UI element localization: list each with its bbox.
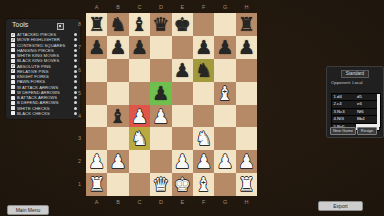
rank-label-8: 8 bbox=[75, 13, 84, 36]
tool-checkbox[interactable] bbox=[11, 96, 15, 100]
square-h4[interactable] bbox=[236, 105, 257, 128]
tool-checkbox[interactable] bbox=[11, 106, 15, 110]
square-d4[interactable]: ♟ bbox=[150, 105, 171, 128]
square-e6[interactable]: ♟ bbox=[172, 59, 193, 82]
square-e1[interactable]: ♚ bbox=[172, 173, 193, 196]
tool-label: W DEFEND ARROWS bbox=[17, 90, 60, 95]
square-b6[interactable] bbox=[107, 59, 128, 82]
file-label-c: C bbox=[129, 199, 150, 205]
square-c7[interactable]: ♟ bbox=[129, 36, 150, 59]
square-f2[interactable]: ♟ bbox=[193, 150, 214, 173]
square-g4[interactable] bbox=[214, 105, 235, 128]
tool-label: WHITE CHECKS bbox=[17, 106, 50, 111]
square-b5[interactable] bbox=[107, 82, 128, 105]
square-g8[interactable] bbox=[214, 13, 235, 36]
square-a7[interactable]: ♟ bbox=[86, 36, 107, 59]
tool-checkbox[interactable] bbox=[11, 48, 15, 52]
black-pawn: ♟ bbox=[172, 59, 193, 82]
move-row-1[interactable]: 1.d4d5 bbox=[332, 94, 380, 101]
white-move: 4.Nf3 bbox=[332, 116, 356, 122]
white-move: 2.c4 bbox=[332, 101, 356, 107]
move-row-3[interactable]: 3.Nc3Nf6 bbox=[332, 109, 380, 116]
black-bishop: ♝ bbox=[129, 13, 150, 36]
square-d6[interactable] bbox=[150, 59, 171, 82]
square-d7[interactable] bbox=[150, 36, 171, 59]
square-d2[interactable] bbox=[150, 150, 171, 173]
white-pawn: ♟ bbox=[129, 105, 150, 128]
square-d5[interactable]: ♟ bbox=[150, 82, 171, 105]
square-h2[interactable]: ♟ bbox=[236, 150, 257, 173]
tool-label: KNIGHT FORKS bbox=[17, 74, 49, 79]
square-a4[interactable] bbox=[86, 105, 107, 128]
white-pawn: ♟ bbox=[236, 150, 257, 173]
tools-list: ✓ATTACKED PIECES✓MOVE HIGHLIGHTERCONTEST… bbox=[6, 32, 80, 116]
white-rook: ♜ bbox=[86, 173, 107, 196]
square-c4[interactable]: ♟ bbox=[129, 105, 150, 128]
file-label-e: E bbox=[172, 4, 193, 10]
move-row-4[interactable]: 4.Nf3Bb4 bbox=[332, 116, 380, 123]
white-king: ♚ bbox=[172, 173, 193, 196]
square-h5[interactable] bbox=[236, 82, 257, 105]
file-label-g: G bbox=[214, 199, 235, 205]
file-labels-bottom: ABCDEFGH bbox=[86, 199, 257, 205]
resign-button[interactable]: Resign bbox=[357, 127, 377, 136]
tool-label: ATTACKED PIECES bbox=[17, 32, 56, 37]
square-g1[interactable] bbox=[214, 173, 235, 196]
square-d3[interactable] bbox=[150, 127, 171, 150]
tool-label: RELATIVE PINS bbox=[17, 69, 49, 74]
black-knight: ♞ bbox=[193, 59, 214, 82]
chess-board: ♜♞♝♛♚♜♟♟♟♟♟♟♟♞♟♝♝♟♟♞♞♟♟♟♟♟♟♜♛♚♝♜ bbox=[86, 13, 257, 196]
file-label-b: B bbox=[107, 4, 128, 10]
square-c5[interactable] bbox=[129, 82, 150, 105]
square-d1[interactable]: ♛ bbox=[150, 173, 171, 196]
square-f4[interactable] bbox=[193, 105, 214, 128]
tool-label: CONTESTED SQUARES bbox=[17, 43, 65, 48]
black-pawn: ♟ bbox=[86, 36, 107, 59]
move-list-scrollbar[interactable] bbox=[377, 94, 381, 127]
white-pawn: ♟ bbox=[172, 150, 193, 173]
white-pawn: ♟ bbox=[193, 150, 214, 173]
black-pawn: ♟ bbox=[129, 36, 150, 59]
new-game-button[interactable]: New Game bbox=[330, 127, 356, 136]
square-d8[interactable]: ♛ bbox=[150, 13, 171, 36]
black-pawn: ♟ bbox=[150, 82, 171, 105]
square-a3[interactable] bbox=[86, 127, 107, 150]
square-c8[interactable]: ♝ bbox=[129, 13, 150, 36]
square-f6[interactable]: ♞ bbox=[193, 59, 214, 82]
black-move: d5 bbox=[356, 94, 380, 100]
white-move: 3.Nc3 bbox=[332, 109, 356, 115]
rank-labels-left: 87654321 bbox=[75, 13, 84, 196]
file-label-e: E bbox=[172, 199, 193, 205]
file-label-d: D bbox=[150, 199, 171, 205]
black-pawn: ♟ bbox=[107, 36, 128, 59]
tool-label: ABSOLUTE PINS bbox=[17, 64, 51, 69]
black-knight: ♞ bbox=[107, 13, 128, 36]
tool-label: HANGING PIECES bbox=[17, 48, 54, 53]
tool-checkbox[interactable]: ✓ bbox=[11, 69, 15, 73]
square-a6[interactable] bbox=[86, 59, 107, 82]
export-button[interactable]: Export bbox=[318, 201, 363, 211]
black-king: ♚ bbox=[172, 13, 193, 36]
black-rook: ♜ bbox=[86, 13, 107, 36]
black-move: Bb4 bbox=[356, 116, 380, 122]
rank-label-3: 3 bbox=[75, 127, 84, 150]
square-h3[interactable] bbox=[236, 127, 257, 150]
square-h7[interactable]: ♟ bbox=[236, 36, 257, 59]
square-e4[interactable] bbox=[172, 105, 193, 128]
rank-label-4: 4 bbox=[75, 105, 84, 128]
white-pawn: ♟ bbox=[107, 150, 128, 173]
white-knight: ♞ bbox=[129, 127, 150, 150]
square-g2[interactable]: ♟ bbox=[214, 150, 235, 173]
black-rook: ♜ bbox=[236, 13, 257, 36]
tool-row-black-checks: BLACK CHECKS bbox=[6, 111, 80, 116]
square-c3[interactable]: ♞ bbox=[129, 127, 150, 150]
game-mode-title: Standard bbox=[341, 70, 369, 78]
square-h6[interactable] bbox=[236, 59, 257, 82]
tool-checkbox[interactable] bbox=[11, 80, 15, 84]
app-window: Tools ✓ATTACKED PIECES✓MOVE HIGHLIGHTERC… bbox=[0, 0, 384, 216]
square-c6[interactable] bbox=[129, 59, 150, 82]
file-label-a: A bbox=[86, 199, 107, 205]
main-menu-button[interactable]: Main Menu bbox=[7, 205, 49, 215]
square-f7[interactable]: ♟ bbox=[193, 36, 214, 59]
square-g3[interactable] bbox=[214, 127, 235, 150]
file-label-g: G bbox=[214, 4, 235, 10]
rank-label-2: 2 bbox=[75, 150, 84, 173]
tool-checkbox[interactable] bbox=[11, 75, 15, 79]
file-label-b: B bbox=[107, 199, 128, 205]
white-bishop: ♝ bbox=[193, 173, 214, 196]
opponent-label: Opponent: Local bbox=[331, 80, 383, 85]
square-a8[interactable]: ♜ bbox=[86, 13, 107, 36]
file-label-d: D bbox=[150, 4, 171, 10]
file-labels-top: ABCDEFGH bbox=[86, 4, 257, 10]
black-pawn: ♟ bbox=[214, 36, 235, 59]
tool-label: BLACK KING MOVES bbox=[17, 58, 59, 63]
file-label-c: C bbox=[129, 4, 150, 10]
square-a2[interactable]: ♟ bbox=[86, 150, 107, 173]
square-a1[interactable]: ♜ bbox=[86, 173, 107, 196]
square-a5[interactable] bbox=[86, 82, 107, 105]
black-queen: ♛ bbox=[150, 13, 171, 36]
square-g7[interactable]: ♟ bbox=[214, 36, 235, 59]
white-rook: ♜ bbox=[236, 173, 257, 196]
square-c1[interactable] bbox=[129, 173, 150, 196]
square-f8[interactable] bbox=[193, 13, 214, 36]
square-c2[interactable] bbox=[129, 150, 150, 173]
square-h1[interactable]: ♜ bbox=[236, 173, 257, 196]
rank-label-1: 1 bbox=[75, 173, 84, 196]
square-b2[interactable]: ♟ bbox=[107, 150, 128, 173]
white-pawn: ♟ bbox=[86, 150, 107, 173]
move-list[interactable]: 1.d4d52.c4e63.Nc3Nf64.Nf3Bb45.Bg5 bbox=[331, 93, 381, 128]
white-pawn: ♟ bbox=[150, 105, 171, 128]
tool-label: MOVE HIGHLIGHTER bbox=[17, 37, 60, 42]
tool-label: W ATTACK ARROWS bbox=[17, 85, 58, 90]
tool-label: B ATTACK ARROWS bbox=[17, 95, 57, 100]
tool-checkbox[interactable] bbox=[11, 101, 15, 105]
file-label-f: F bbox=[193, 199, 214, 205]
black-move: Nf6 bbox=[356, 109, 380, 115]
black-pawn: ♟ bbox=[193, 36, 214, 59]
rank-label-6: 6 bbox=[75, 59, 84, 82]
file-label-f: F bbox=[193, 4, 214, 10]
black-bishop: ♝ bbox=[107, 105, 128, 128]
black-pawn: ♟ bbox=[236, 36, 257, 59]
panel-pin-icon[interactable] bbox=[57, 23, 64, 30]
tool-label: WHITE KING MOVES bbox=[17, 53, 59, 58]
tool-checkbox[interactable] bbox=[11, 111, 15, 115]
white-pawn: ♟ bbox=[214, 150, 235, 173]
tool-checkbox[interactable] bbox=[11, 85, 15, 89]
square-e7[interactable] bbox=[172, 36, 193, 59]
square-f3[interactable]: ♞ bbox=[193, 127, 214, 150]
square-e3[interactable] bbox=[172, 127, 193, 150]
rank-label-5: 5 bbox=[75, 82, 84, 105]
square-b3[interactable] bbox=[107, 127, 128, 150]
black-move: e6 bbox=[356, 101, 380, 107]
white-bishop: ♝ bbox=[214, 82, 235, 105]
tools-panel-title: Tools bbox=[12, 21, 28, 28]
square-f5[interactable] bbox=[193, 82, 214, 105]
square-e8[interactable]: ♚ bbox=[172, 13, 193, 36]
tool-checkbox[interactable] bbox=[11, 90, 15, 94]
tool-checkbox[interactable] bbox=[11, 54, 15, 58]
tools-panel: Tools ✓ATTACKED PIECES✓MOVE HIGHLIGHTERC… bbox=[6, 19, 80, 119]
file-label-h: H bbox=[236, 4, 257, 10]
tool-checkbox[interactable]: ✓ bbox=[11, 38, 15, 42]
white-move: 1.d4 bbox=[332, 94, 356, 100]
square-b7[interactable]: ♟ bbox=[107, 36, 128, 59]
square-f1[interactable]: ♝ bbox=[193, 173, 214, 196]
square-b1[interactable] bbox=[107, 173, 128, 196]
square-g6[interactable] bbox=[214, 59, 235, 82]
square-g5[interactable]: ♝ bbox=[214, 82, 235, 105]
white-queen: ♛ bbox=[150, 173, 171, 196]
white-knight: ♞ bbox=[193, 127, 214, 150]
tool-label: PAWN FORKS bbox=[17, 79, 45, 84]
square-h8[interactable]: ♜ bbox=[236, 13, 257, 36]
move-row-2[interactable]: 2.c4e6 bbox=[332, 101, 380, 108]
tool-label: BLACK CHECKS bbox=[17, 111, 50, 116]
game-info-panel: Standard Opponent: Local 1.d4d52.c4e63.N… bbox=[326, 66, 384, 138]
file-label-a: A bbox=[86, 4, 107, 10]
tool-checkbox[interactable] bbox=[11, 43, 15, 47]
square-b4[interactable]: ♝ bbox=[107, 105, 128, 128]
square-e5[interactable] bbox=[172, 82, 193, 105]
square-e2[interactable]: ♟ bbox=[172, 150, 193, 173]
rank-label-7: 7 bbox=[75, 36, 84, 59]
tool-label: B DEFEND ARROWS bbox=[17, 100, 59, 105]
file-label-h: H bbox=[236, 199, 257, 205]
square-b8[interactable]: ♞ bbox=[107, 13, 128, 36]
